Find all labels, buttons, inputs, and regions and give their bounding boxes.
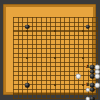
white-stone-p6[interactable] [76,74,81,79]
board-field: AB [6,7,94,92]
star-point-k4 [54,84,56,86]
black-stone-d17[interactable] [25,24,30,29]
point-label-b[interactable]: B [85,83,90,88]
star-point-d16 [26,30,28,32]
board-grid[interactable]: AB [13,17,98,99]
star-point-q16 [82,30,84,32]
black-stone-s3[interactable] [90,87,95,92]
white-stone-r1[interactable] [85,96,90,100]
black-stone-s1[interactable] [90,96,95,100]
star-point-q10 [82,57,84,59]
white-stone-r3[interactable] [85,87,90,92]
black-stone-d4[interactable] [25,83,30,88]
star-point-d10 [26,57,28,59]
black-stone-r17[interactable] [85,24,90,29]
star-point-k10 [54,57,56,59]
go-board: AB [3,4,96,95]
go-app-screen: AB [0,0,100,100]
point-label-a[interactable]: A [85,65,90,70]
white-stone-t4[interactable] [95,83,100,88]
star-point-k16 [54,30,56,32]
white-stone-t6[interactable] [95,74,100,79]
star-point-q4 [82,84,84,86]
